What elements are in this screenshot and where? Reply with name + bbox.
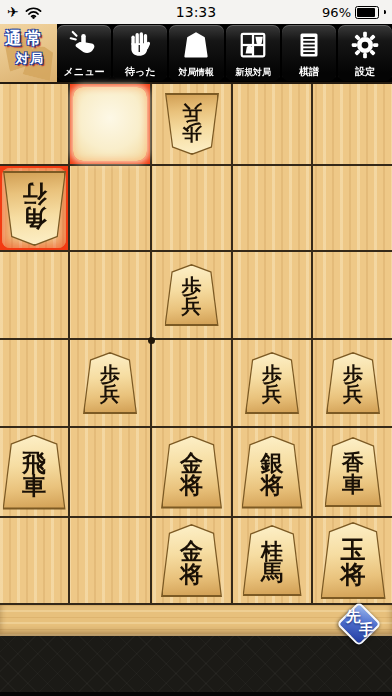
menu-button[interactable]: メニュー	[57, 25, 111, 81]
piece-kanji: 歩兵	[182, 273, 202, 316]
piece-kanji: 歩兵	[182, 103, 202, 146]
game-info-button-label: 対局情報	[173, 66, 221, 78]
board-cell-4d[interactable]	[70, 84, 152, 166]
new-game-button-label: 新規対局	[229, 66, 277, 78]
shogi-piece-sente-pawn[interactable]: 歩兵	[83, 352, 137, 414]
board-cell-3h[interactable]: 金将	[152, 428, 233, 518]
battery-icon	[355, 6, 379, 19]
board-cell-4f[interactable]	[70, 252, 152, 340]
menu-button-label: メニュー	[59, 65, 109, 79]
status-bar: ✈ 13:33 96%	[0, 0, 392, 24]
piece-kanji: 飛車	[22, 446, 46, 498]
mode-badge-line2: 対局	[16, 50, 44, 68]
toolbar-buttons: メニュー 待った	[57, 25, 392, 81]
board-edge	[0, 605, 392, 636]
shogi-piece-sente-pawn[interactable]: 歩兵	[326, 352, 380, 414]
piece-kanji: 金将	[180, 535, 203, 585]
game-mode-badge: 通常 対局	[0, 24, 57, 82]
gear-icon	[338, 26, 392, 64]
game-info-button[interactable]: 対局情報	[169, 25, 223, 81]
board-cell-1e[interactable]	[313, 166, 392, 252]
board-cell-4h[interactable]	[70, 428, 152, 518]
piece-kanji: 香車	[342, 448, 364, 495]
piece-kanji: 銀将	[261, 447, 284, 497]
board-cell-2e[interactable]	[233, 166, 313, 252]
sente-turn-badge: 先 手	[338, 603, 380, 645]
board-cell-2h[interactable]: 銀将	[233, 428, 313, 518]
shogi-piece-sente-silver[interactable]: 銀将	[242, 436, 303, 509]
piece-kanji: 桂馬	[261, 536, 283, 584]
piece-kanji: 角行	[22, 182, 46, 234]
piece-kanji: 玉将	[341, 533, 366, 587]
piece-kanji: 歩兵	[262, 361, 282, 404]
board-cell-1i[interactable]: 玉将	[313, 518, 392, 605]
mode-badge-line1: 通常	[5, 27, 45, 50]
board-cell-5g[interactable]	[0, 340, 70, 428]
board-cell-5d[interactable]	[0, 84, 70, 166]
lastmove-origin-highlight	[73, 87, 147, 161]
shogi-piece-icon	[169, 26, 223, 64]
shogi-board: 歩兵角行歩兵歩兵歩兵歩兵飛車金将銀将香車金将桂馬玉将	[0, 82, 392, 636]
palm-hand-icon	[113, 26, 167, 64]
board-cell-3d[interactable]: 歩兵	[152, 84, 233, 166]
board-cell-5e[interactable]: 角行	[0, 166, 70, 252]
settings-button-label: 設定	[340, 65, 390, 79]
board-cell-2f[interactable]	[233, 252, 313, 340]
piece-kanji: 金将	[180, 447, 203, 497]
bottom-bar	[0, 692, 392, 696]
record-sheet-icon	[282, 26, 336, 64]
shogi-piece-gote-bishop[interactable]: 角行	[3, 171, 66, 246]
undo-button[interactable]: 待った	[113, 25, 167, 81]
board-cell-5f[interactable]	[0, 252, 70, 340]
app-screen: ✈ 13:33 96% 通常 対局	[0, 0, 392, 696]
shogi-piece-sente-pawn[interactable]: 歩兵	[165, 264, 219, 326]
board-cell-1f[interactable]	[313, 252, 392, 340]
toolbar: 通常 対局 メニュー	[0, 24, 392, 82]
piece-kanji: 歩兵	[343, 361, 363, 404]
board-cell-3f[interactable]: 歩兵	[152, 252, 233, 340]
piece-kanji: 歩兵	[100, 361, 120, 404]
undo-button-label: 待った	[115, 65, 165, 79]
background-area	[0, 636, 392, 696]
board-cell-2d[interactable]	[233, 84, 313, 166]
board-cell-5i[interactable]	[0, 518, 70, 605]
shogi-piece-sente-rook[interactable]: 飛車	[3, 435, 66, 510]
board-grid: 歩兵角行歩兵歩兵歩兵歩兵飛車金将銀将香車金将桂馬玉将	[0, 84, 392, 605]
board-cell-1h[interactable]: 香車	[313, 428, 392, 518]
settings-button[interactable]: 設定	[338, 25, 392, 81]
board-cell-4g[interactable]: 歩兵	[70, 340, 152, 428]
shogi-piece-sente-lance[interactable]: 香車	[325, 437, 382, 507]
kifu-button-label: 棋譜	[284, 65, 334, 79]
shogi-piece-sente-king[interactable]: 玉将	[321, 522, 386, 599]
board-cell-1g[interactable]: 歩兵	[313, 340, 392, 428]
tap-hand-icon	[57, 26, 111, 64]
board-cell-2g[interactable]: 歩兵	[233, 340, 313, 428]
board-cell-1d[interactable]	[313, 84, 392, 166]
board-cell-3e[interactable]	[152, 166, 233, 252]
shogi-piece-sente-gold[interactable]: 金将	[161, 524, 222, 597]
board-cell-2i[interactable]: 桂馬	[233, 518, 313, 605]
board-cell-4e[interactable]	[70, 166, 152, 252]
board-cell-3g[interactable]	[152, 340, 233, 428]
shogi-piece-gote-pawn[interactable]: 歩兵	[165, 93, 219, 155]
badge-char-2: 手	[359, 623, 374, 638]
board-cell-4i[interactable]	[70, 518, 152, 605]
board-cell-5h[interactable]: 飛車	[0, 428, 70, 518]
shogi-piece-sente-knight[interactable]: 桂馬	[243, 525, 302, 596]
new-game-button[interactable]: 新規対局	[226, 25, 280, 81]
star-point	[148, 337, 155, 344]
shogi-piece-sente-gold[interactable]: 金将	[161, 436, 222, 509]
shogi-piece-sente-pawn[interactable]: 歩兵	[245, 352, 299, 414]
board-pieces-icon	[226, 26, 280, 64]
battery-percent: 96%	[322, 5, 351, 20]
kifu-button[interactable]: 棋譜	[282, 25, 336, 81]
board-cell-3i[interactable]: 金将	[152, 518, 233, 605]
